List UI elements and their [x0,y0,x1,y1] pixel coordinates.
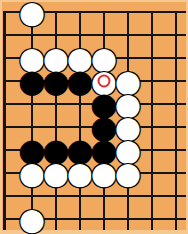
grid-vline [175,24,177,47]
grid-vline [175,208,177,231]
grid-vline [127,185,129,208]
board-intersection-r9c3[interactable] [44,185,68,208]
grid-vline [31,70,33,93]
board-intersection-r2c5[interactable] [92,24,116,47]
board-intersection-r7c6[interactable]: ● [116,139,140,162]
grid-vline [175,185,177,208]
board-intersection-r5c3[interactable] [44,93,68,116]
board-intersection-r4c6[interactable]: ● [116,70,140,93]
grid-vline [79,11,81,24]
grid-vline [151,116,153,139]
board-intersection-r9c5[interactable] [92,185,116,208]
grid-vline [151,162,153,185]
board-intersection-r5c4[interactable] [68,93,92,116]
grid-vline [151,70,153,93]
grid-vline [79,139,81,162]
board-intersection-r8c6[interactable]: ● [116,162,140,185]
board-intersection-r2c2[interactable] [18,24,44,47]
grid-vline [151,185,153,208]
grid-vline [31,24,33,47]
grid-vline [55,24,57,47]
board-intersection-r2c3[interactable] [44,24,68,47]
board-intersection-r7c8[interactable] [164,139,186,162]
grid-vline [127,70,129,93]
go-board: ●●●●●●●●●●●●●●●●●●●●●●●●● [2,2,186,230]
grid-vline [79,47,81,70]
grid-vline [103,93,105,116]
board-intersection-r8c3[interactable]: ● [44,162,68,185]
board-intersection-r9c8[interactable] [164,185,186,208]
grid-vline [127,93,129,116]
board-intersection-r2c6[interactable] [116,24,140,47]
grid-vline [127,208,129,231]
board-intersection-r9c7[interactable] [140,185,164,208]
grid-vline [79,208,81,231]
grid-vline [127,47,129,70]
grid-vline [103,185,105,208]
board-intersection-r10c8[interactable] [164,208,186,231]
grid-vline [103,47,105,70]
grid-vline [151,208,153,231]
go-diagram: ●●●●●●●●●●●●●●●●●●●●●●●●● [0,0,188,234]
board-intersection-r3c6[interactable] [116,47,140,70]
grid-vline [55,70,57,93]
grid-vline [103,162,105,185]
grid-vline [127,139,129,162]
grid-vline [55,208,57,231]
board-intersection-r7c4[interactable]: ● [68,139,92,162]
grid-vline [55,93,57,116]
board-intersection-r7c3[interactable]: ● [44,139,68,162]
board-intersection-r2c7[interactable] [140,24,164,47]
board-intersection-r6c3[interactable] [44,116,68,139]
grid-vline [103,24,105,47]
board-intersection-r3c7[interactable] [140,47,164,70]
board-intersection-r5c6[interactable]: ● [116,93,140,116]
board-intersection-r8c5[interactable]: ● [92,162,116,185]
board-intersection-r5c1[interactable] [2,93,18,116]
grid-vline [127,116,129,139]
grid-vline [103,11,105,24]
board-intersection-r1c7[interactable] [140,2,164,24]
board-intersection-r8c7[interactable] [140,162,164,185]
grid-vline [103,139,105,162]
board-intersection-r7c7[interactable] [140,139,164,162]
grid-vline [3,185,6,208]
board-intersection-r8c4[interactable]: ● [68,162,92,185]
board-intersection-r1c2[interactable]: ● [18,2,44,24]
grid-vline [175,162,177,185]
grid-vline [31,139,33,162]
grid-vline [79,116,81,139]
grid-vline [175,47,177,70]
board-intersection-r6c7[interactable] [140,116,164,139]
board-intersection-r9c1[interactable] [2,185,18,208]
board-intersection-r4c3[interactable]: ● [44,70,68,93]
grid-vline [175,93,177,116]
grid-vline [55,47,57,70]
grid-vline [151,11,153,24]
board-intersection-r4c4[interactable]: ● [68,70,92,93]
board-intersection-r10c5[interactable] [92,208,116,231]
board-intersection-r5c2[interactable] [18,93,44,116]
board-intersection-r6c2[interactable] [18,116,44,139]
grid-vline [31,93,33,116]
board-intersection-r3c3[interactable]: ● [44,47,68,70]
board-intersection-r1c6[interactable] [116,2,140,24]
grid-vline [3,47,6,70]
board-intersection-r7c1[interactable] [2,139,18,162]
board-intersection-r4c1[interactable] [2,70,18,93]
grid-vline [151,24,153,47]
board-intersection-r4c7[interactable] [140,70,164,93]
grid-vline [103,208,105,231]
grid-vline [55,11,57,24]
grid-vline [3,93,6,116]
grid-vline [3,24,6,47]
grid-vline [31,162,33,185]
grid-vline [79,162,81,185]
board-intersection-r3c2[interactable]: ● [18,47,44,70]
board-intersection-r5c8[interactable] [164,93,186,116]
board-intersection-r8c8[interactable] [164,162,186,185]
grid-vline [175,139,177,162]
board-intersection-r1c8[interactable] [164,2,186,24]
board-intersection-r1c1[interactable] [2,2,18,24]
board-intersection-r3c1[interactable] [2,47,18,70]
grid-vline [79,185,81,208]
board-intersection-r10c3[interactable] [44,208,68,231]
board-intersection-r6c6[interactable]: ● [116,116,140,139]
board-intersection-r4c5[interactable]: ● [92,70,116,93]
board-intersection-r9c6[interactable] [116,185,140,208]
board-intersection-r3c4[interactable]: ● [68,47,92,70]
grid-vline [3,116,6,139]
grid-vline [3,208,6,231]
grid-vline [31,47,33,70]
board-intersection-r3c5[interactable]: ● [92,47,116,70]
board-intersection-r6c1[interactable] [2,116,18,139]
grid-vline [55,139,57,162]
board-intersection-r8c1[interactable] [2,162,18,185]
board-intersection-r10c2[interactable]: ● [18,208,44,231]
grid-vline [103,70,105,93]
board-intersection-r5c5[interactable]: ● [92,93,116,116]
grid-vline [31,116,33,139]
grid-vline [151,139,153,162]
board-intersection-r10c4[interactable] [68,208,92,231]
grid-vline [151,93,153,116]
grid-vline [175,11,177,24]
board-intersection-r5c7[interactable] [140,93,164,116]
grid-vline [3,139,6,162]
board-intersection-r10c7[interactable] [140,208,164,231]
grid-vline [79,93,81,116]
grid-vline [3,11,6,24]
board-intersection-r6c4[interactable] [68,116,92,139]
grid-vline [79,70,81,93]
board-intersection-r2c1[interactable] [2,24,18,47]
grid-vline [127,11,129,24]
board-intersection-r10c1[interactable] [2,208,18,231]
grid-vline [151,47,153,70]
grid-vline [31,185,33,208]
board-intersection-r1c4[interactable] [68,2,92,24]
board-intersection-r4c8[interactable] [164,70,186,93]
board-intersection-r7c5[interactable]: ● [92,139,116,162]
board-intersection-r9c2[interactable] [18,185,44,208]
board-intersection-r8c2[interactable]: ● [18,162,44,185]
board-intersection-r10c6[interactable] [116,208,140,231]
grid-vline [31,208,33,231]
grid-vline [3,70,6,93]
board-intersection-r6c5[interactable]: ● [92,116,116,139]
grid-vline [55,162,57,185]
board-intersection-r6c8[interactable] [164,116,186,139]
grid-vline [103,116,105,139]
grid-vline [3,162,6,185]
board-intersection-r7c2[interactable]: ● [18,139,44,162]
grid-vline [175,70,177,93]
board-intersection-r3c8[interactable] [164,47,186,70]
grid-vline [31,11,33,24]
grid-vline [55,185,57,208]
board-intersection-r2c4[interactable] [68,24,92,47]
grid-vline [127,162,129,185]
board-intersection-r1c3[interactable] [44,2,68,24]
board-intersection-r2c8[interactable] [164,24,186,47]
board-intersection-r1c5[interactable] [92,2,116,24]
board-intersection-r9c4[interactable] [68,185,92,208]
grid-vline [127,24,129,47]
grid-vline [79,24,81,47]
board-intersection-r4c2[interactable]: ● [18,70,44,93]
grid-vline [175,116,177,139]
grid-vline [55,116,57,139]
